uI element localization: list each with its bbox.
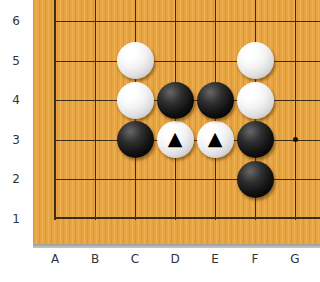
star-point-dot <box>293 137 298 142</box>
black-stone-E4[interactable] <box>197 82 234 119</box>
board-shadow <box>33 244 320 248</box>
intersection-F5[interactable] <box>235 41 275 81</box>
row-label-5: 5 <box>2 53 30 69</box>
go-board[interactable]: ▲▲ <box>33 0 320 244</box>
column-label-G: G <box>283 251 307 267</box>
row-label-4: 4 <box>2 92 30 108</box>
white-stone-F4[interactable] <box>237 82 274 119</box>
intersection-E4[interactable] <box>195 80 235 120</box>
intersection-F2[interactable] <box>235 159 275 199</box>
column-label-C: C <box>123 251 147 267</box>
white-stone-C4[interactable] <box>117 82 154 119</box>
row-label-2: 2 <box>2 171 30 187</box>
white-stone-E3[interactable]: ▲ <box>197 121 234 158</box>
row-label-3: 3 <box>2 132 30 148</box>
triangle-mark-icon: ▲ <box>208 129 223 148</box>
black-stone-C3[interactable] <box>117 121 154 158</box>
column-label-E: E <box>203 251 227 267</box>
black-stone-F3[interactable] <box>237 121 274 158</box>
intersection-D3[interactable]: ▲ <box>155 120 195 160</box>
intersection-C5[interactable] <box>115 41 155 81</box>
column-label-B: B <box>83 251 107 267</box>
star-point-G3[interactable] <box>275 120 315 160</box>
intersection-C4[interactable] <box>115 80 155 120</box>
row-label-6: 6 <box>2 13 30 29</box>
intersection-C3[interactable] <box>115 120 155 160</box>
intersection-F4[interactable] <box>235 80 275 120</box>
stones-grid: ▲▲ <box>35 1 315 238</box>
black-stone-F2[interactable] <box>237 161 274 198</box>
intersection-D4[interactable] <box>155 80 195 120</box>
black-stone-D4[interactable] <box>157 82 194 119</box>
white-stone-D3[interactable]: ▲ <box>157 121 194 158</box>
column-label-D: D <box>163 251 187 267</box>
white-stone-C5[interactable] <box>117 42 154 79</box>
go-diagram-screen: ▲▲ 654321 ABCDEFG <box>0 0 320 282</box>
column-label-A: A <box>43 251 67 267</box>
intersection-F3[interactable] <box>235 120 275 160</box>
column-label-F: F <box>243 251 267 267</box>
intersection-E3[interactable]: ▲ <box>195 120 235 160</box>
row-label-1: 1 <box>2 211 30 227</box>
triangle-mark-icon: ▲ <box>168 129 183 148</box>
white-stone-F5[interactable] <box>237 42 274 79</box>
